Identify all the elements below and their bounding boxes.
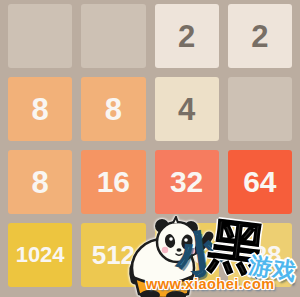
watermark-url: www.xiaohei.com (146, 277, 275, 292)
xiaohei-watermark: 小 黑 游戏 www.xiaohei.com (0, 0, 300, 297)
